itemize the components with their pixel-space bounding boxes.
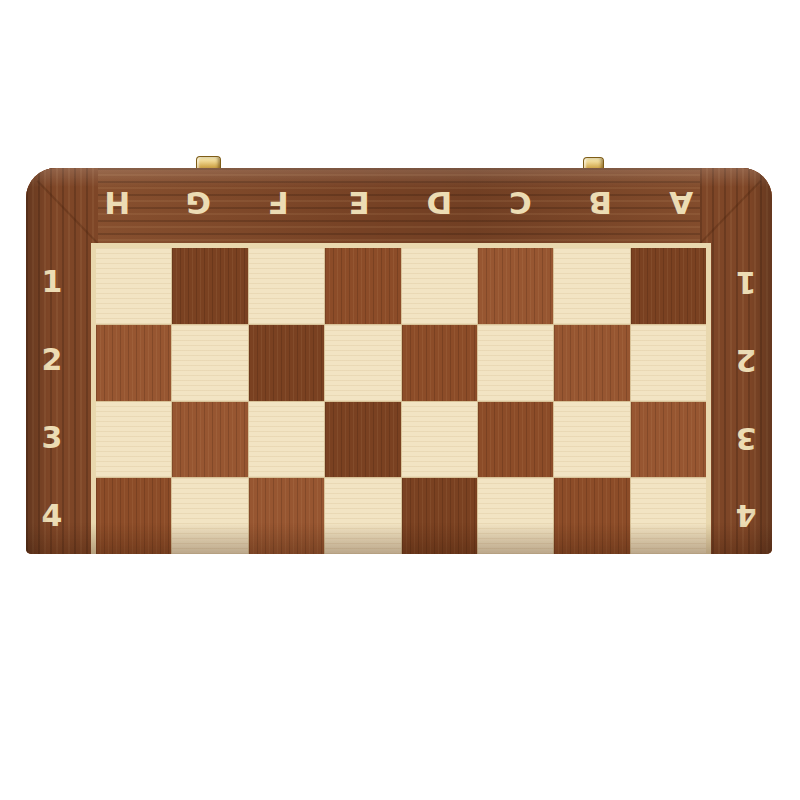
rank-label-left-3: 3 [34,399,70,477]
square-b3 [554,402,629,478]
square-c2 [478,325,553,401]
square-d4 [402,478,477,554]
square-a3 [631,402,706,478]
square-b2 [554,325,629,401]
file-label-a: A [641,183,722,223]
square-h2 [96,325,171,401]
rank-labels-left: 1234 [34,243,70,554]
square-g1 [172,248,247,324]
rank-label-right-3: 3 [728,399,764,477]
rank-label-right-4: 4 [728,476,764,554]
rank-labels-right: 1234 [728,243,764,554]
square-e3 [325,402,400,478]
file-label-f: F [238,183,319,223]
square-c1 [478,248,553,324]
square-c4 [478,478,553,554]
file-label-d: D [399,183,480,223]
board-grid [96,248,706,554]
square-d2 [402,325,477,401]
rank-label-left-1: 1 [34,243,70,321]
square-d1 [402,248,477,324]
square-b4 [554,478,629,554]
square-g4 [172,478,247,554]
board-grid-border [91,243,711,554]
square-a1 [631,248,706,324]
square-g2 [172,325,247,401]
rank-label-right-2: 2 [728,321,764,399]
square-a2 [631,325,706,401]
square-h4 [96,478,171,554]
square-e1 [325,248,400,324]
square-f1 [249,248,324,324]
file-label-e: E [319,183,400,223]
square-f4 [249,478,324,554]
square-h1 [96,248,171,324]
file-label-b: B [560,183,641,223]
square-g3 [172,402,247,478]
square-a4 [631,478,706,554]
square-e2 [325,325,400,401]
file-label-c: C [480,183,561,223]
chess-board: HGFEDCBA 1234 1234 [26,168,772,554]
square-f2 [249,325,324,401]
square-b1 [554,248,629,324]
square-c3 [478,402,553,478]
photo-background: HGFEDCBA 1234 1234 [0,0,800,800]
file-labels: HGFEDCBA [77,183,721,223]
file-label-g: G [158,183,239,223]
square-h3 [96,402,171,478]
rank-label-left-4: 4 [34,476,70,554]
rank-label-left-2: 2 [34,321,70,399]
file-label-h: H [77,183,158,223]
rank-label-right-1: 1 [728,243,764,321]
square-e4 [325,478,400,554]
square-d3 [402,402,477,478]
square-f3 [249,402,324,478]
